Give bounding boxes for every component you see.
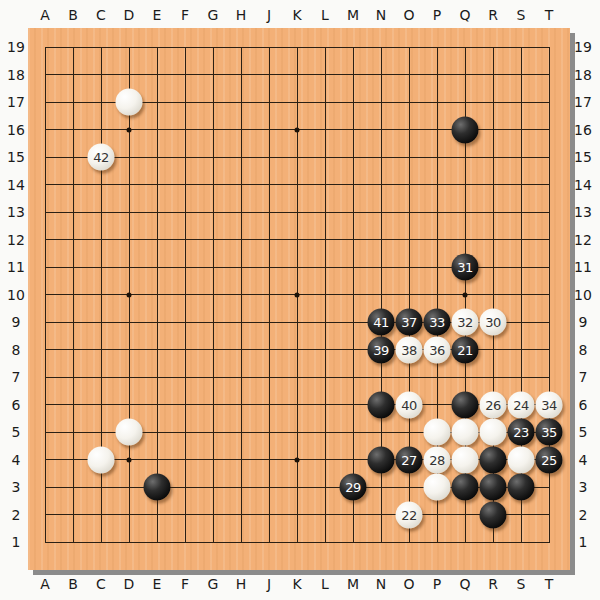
white-stone-D17[interactable] [116,89,143,116]
grid-line-horizontal [45,157,550,158]
row-label-right-2: 2 [579,507,588,523]
move-number-label: 27 [401,453,417,466]
move-number-label: 37 [401,316,417,329]
column-label-top-K: K [292,7,301,23]
star-point-K10 [295,292,300,297]
row-label-left-11: 11 [7,259,25,275]
column-label-bottom-F: F [181,576,189,592]
column-label-top-M: M [347,7,359,23]
white-stone-Q4[interactable] [452,446,479,473]
column-label-top-T: T [545,7,554,23]
column-label-bottom-E: E [153,576,162,592]
white-stone-P3[interactable] [424,474,451,501]
grid-line-horizontal [45,239,550,240]
move-number-label: 29 [345,481,361,494]
go-diagram-page: 4231413733323039383621402624342335272825… [0,0,600,600]
move-number-label: 31 [457,261,473,274]
row-label-left-8: 8 [12,342,21,358]
column-label-bottom-P: P [433,576,441,592]
column-label-bottom-N: N [376,576,386,592]
star-point-D16 [127,127,132,132]
column-label-bottom-J: J [267,576,271,592]
white-stone-O2[interactable]: 22 [396,501,423,528]
column-label-bottom-G: G [208,576,219,592]
row-label-left-6: 6 [12,397,21,413]
column-label-bottom-S: S [517,576,526,592]
move-number-label: 34 [541,398,557,411]
grid-line-horizontal [45,184,550,185]
column-label-bottom-O: O [403,576,414,592]
grid-line-vertical [269,47,270,543]
black-stone-N8[interactable]: 39 [368,336,395,363]
column-label-top-O: O [403,7,414,23]
move-number-label: 26 [485,398,501,411]
move-number-label: 42 [93,151,109,164]
move-number-label: 36 [429,343,445,356]
grid-line-vertical [325,47,326,543]
black-stone-Q6[interactable] [452,391,479,418]
black-stone-Q16[interactable] [452,116,479,143]
row-label-left-7: 7 [12,369,21,385]
white-stone-C4[interactable] [88,446,115,473]
row-label-right-12: 12 [574,232,592,248]
move-number-label: 41 [373,316,389,329]
grid-line-horizontal [45,47,550,48]
white-stone-P5[interactable] [424,419,451,446]
white-stone-Q5[interactable] [452,419,479,446]
row-label-left-15: 15 [7,149,25,165]
row-label-left-10: 10 [7,287,25,303]
row-label-right-4: 4 [579,452,588,468]
row-label-left-16: 16 [7,122,25,138]
go-board[interactable]: 4231413733323039383621402624342335272825… [28,28,570,570]
move-number-label: 39 [373,343,389,356]
move-number-label: 32 [457,316,473,329]
move-number-label: 33 [429,316,445,329]
row-label-right-7: 7 [579,369,588,385]
white-stone-D5[interactable] [116,419,143,446]
row-label-right-10: 10 [574,287,592,303]
row-label-right-16: 16 [574,122,592,138]
row-label-left-3: 3 [12,479,21,495]
grid-line-horizontal [45,514,550,515]
black-stone-E3[interactable] [144,474,171,501]
white-stone-R6[interactable]: 26 [480,391,507,418]
star-point-Q10 [463,292,468,297]
white-stone-Q9[interactable]: 32 [452,309,479,336]
black-stone-Q8[interactable]: 21 [452,336,479,363]
row-label-right-9: 9 [579,314,588,330]
column-label-bottom-A: A [40,576,50,592]
black-stone-R3[interactable] [480,474,507,501]
row-label-left-9: 9 [12,314,21,330]
column-label-top-D: D [124,7,135,23]
row-label-left-1: 1 [12,534,21,550]
column-label-top-L: L [321,7,329,23]
column-label-top-G: G [208,7,219,23]
black-stone-S5[interactable]: 23 [508,419,535,446]
black-stone-O4[interactable]: 27 [396,446,423,473]
move-number-label: 21 [457,343,473,356]
star-point-D10 [127,292,132,297]
grid-line-horizontal [45,74,550,75]
grid-line-horizontal [45,212,550,213]
grid-line-horizontal [45,377,550,378]
row-label-right-8: 8 [579,342,588,358]
white-stone-C15[interactable]: 42 [88,144,115,171]
black-stone-N6[interactable] [368,391,395,418]
star-point-K16 [295,127,300,132]
white-stone-R9[interactable]: 30 [480,309,507,336]
row-label-right-6: 6 [579,397,588,413]
grid-line-vertical [353,47,354,543]
row-label-right-11: 11 [574,259,592,275]
white-stone-R5[interactable] [480,419,507,446]
column-label-top-R: R [488,7,498,23]
move-number-label: 28 [429,453,445,466]
row-label-right-15: 15 [574,149,592,165]
row-label-left-4: 4 [12,452,21,468]
black-stone-N9[interactable]: 41 [368,309,395,336]
grid-line-vertical [185,47,186,543]
grid-line-vertical [45,47,46,543]
white-stone-S6[interactable]: 24 [508,391,535,418]
black-stone-Q11[interactable]: 31 [452,254,479,281]
column-label-bottom-K: K [292,576,301,592]
move-number-label: 30 [485,316,501,329]
column-label-bottom-L: L [321,576,329,592]
column-label-bottom-M: M [347,576,359,592]
white-stone-P8[interactable]: 36 [424,336,451,363]
column-label-top-A: A [40,7,50,23]
row-label-right-1: 1 [579,534,588,550]
black-stone-P9[interactable]: 33 [424,309,451,336]
row-label-left-5: 5 [12,424,21,440]
row-label-right-17: 17 [574,94,592,110]
column-label-bottom-R: R [488,576,498,592]
row-label-left-17: 17 [7,94,25,110]
white-stone-O6[interactable]: 40 [396,391,423,418]
column-label-top-Q: Q [459,7,470,23]
row-label-right-5: 5 [579,424,588,440]
column-label-top-E: E [153,7,162,23]
row-label-left-2: 2 [12,507,21,523]
column-label-top-H: H [236,7,247,23]
column-label-top-S: S [517,7,526,23]
row-label-left-13: 13 [7,204,25,220]
white-stone-P4[interactable]: 28 [424,446,451,473]
black-stone-R2[interactable] [480,501,507,528]
move-number-label: 35 [541,426,557,439]
black-stone-Q3[interactable] [452,474,479,501]
black-stone-S3[interactable] [508,474,535,501]
row-label-right-18: 18 [574,67,592,83]
row-label-right-14: 14 [574,177,592,193]
black-stone-O9[interactable]: 37 [396,309,423,336]
column-label-top-N: N [376,7,386,23]
grid-line-vertical [213,47,214,543]
black-stone-T4[interactable]: 25 [536,446,563,473]
black-stone-T5[interactable]: 35 [536,419,563,446]
row-label-left-19: 19 [7,39,25,55]
row-label-left-12: 12 [7,232,25,248]
column-label-bottom-D: D [124,576,135,592]
column-label-top-P: P [433,7,441,23]
row-label-left-14: 14 [7,177,25,193]
move-number-label: 38 [401,343,417,356]
row-label-right-13: 13 [574,204,592,220]
grid-line-horizontal [45,542,550,543]
column-label-bottom-H: H [236,576,247,592]
move-number-label: 24 [513,398,529,411]
column-label-top-F: F [181,7,189,23]
move-number-label: 23 [513,426,529,439]
row-label-right-19: 19 [574,39,592,55]
column-label-top-C: C [96,7,106,23]
black-stone-M3[interactable]: 29 [340,474,367,501]
black-stone-R4[interactable] [480,446,507,473]
black-stone-N4[interactable] [368,446,395,473]
column-label-bottom-B: B [68,576,78,592]
move-number-label: 22 [401,508,417,521]
white-stone-S4[interactable] [508,446,535,473]
column-label-bottom-T: T [545,576,554,592]
white-stone-O8[interactable]: 38 [396,336,423,363]
row-label-left-18: 18 [7,67,25,83]
move-number-label: 25 [541,453,557,466]
white-stone-T6[interactable]: 34 [536,391,563,418]
move-number-label: 40 [401,398,417,411]
row-label-right-3: 3 [579,479,588,495]
grid-line-vertical [73,47,74,543]
column-label-top-B: B [68,7,78,23]
column-label-bottom-Q: Q [459,576,470,592]
column-label-bottom-C: C [96,576,106,592]
star-point-D4 [127,457,132,462]
star-point-K4 [295,457,300,462]
column-label-top-J: J [267,7,271,23]
grid-line-vertical [241,47,242,543]
grid-line-vertical [157,47,158,543]
